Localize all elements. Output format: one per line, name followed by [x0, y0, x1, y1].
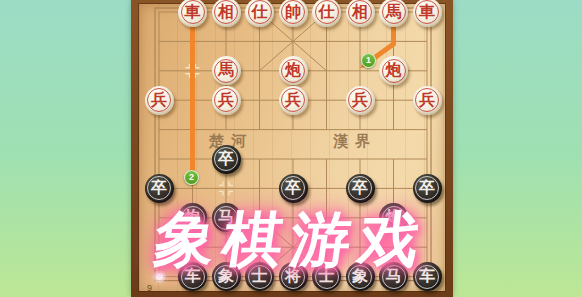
piece-red-pawn[interactable]: 兵 — [413, 86, 442, 115]
piece-glyph: 帥 — [285, 4, 301, 20]
piece-glyph: 象 — [352, 268, 368, 284]
piece-red-general[interactable]: 帥 — [279, 0, 308, 27]
piece-black-chariot[interactable]: 车 — [413, 262, 442, 291]
piece-glyph: 兵 — [352, 92, 368, 108]
piece-black-horse[interactable]: 马 — [379, 262, 408, 291]
piece-glyph: 将 — [285, 268, 301, 284]
piece-glyph: 车 — [419, 268, 435, 284]
piece-glyph: 炮 — [285, 62, 301, 78]
piece-glyph: 炮 — [386, 209, 402, 225]
piece-black-pawn[interactable]: 卒 — [346, 174, 375, 203]
piece-black-general[interactable]: 将 — [279, 262, 308, 291]
piece-glyph: 兵 — [419, 92, 435, 108]
piece-glyph: 卒 — [218, 151, 234, 167]
piece-glyph: 卒 — [151, 180, 167, 196]
hint-badge-2: 2 — [184, 170, 199, 185]
piece-red-advisor[interactable]: 仕 — [245, 0, 274, 27]
piece-glyph: 兵 — [151, 92, 167, 108]
piece-black-pawn[interactable]: 卒 — [279, 174, 308, 203]
piece-red-pawn[interactable]: 兵 — [212, 86, 241, 115]
piece-black-pawn[interactable]: 卒 — [212, 145, 241, 174]
piece-red-chariot[interactable]: 車 — [178, 0, 207, 27]
piece-glyph: 仕 — [319, 4, 335, 20]
piece-glyph: 相 — [218, 4, 234, 20]
piece-glyph: 炮 — [185, 209, 201, 225]
piece-glyph: 馬 — [218, 62, 234, 78]
hint-badge-1: 1 — [361, 53, 376, 68]
piece-black-elephant[interactable]: 象 — [212, 262, 241, 291]
piece-glyph: 马 — [218, 209, 234, 225]
piece-black-chariot[interactable]: 车 — [178, 262, 207, 291]
piece-glyph: 卒 — [419, 180, 435, 196]
piece-black-horse[interactable]: 马 — [212, 203, 241, 232]
piece-glyph: 象 — [218, 268, 234, 284]
piece-glyph: 車 — [185, 4, 201, 20]
piece-glyph: 炮 — [386, 62, 402, 78]
piece-red-cannon[interactable]: 炮 — [379, 56, 408, 85]
piece-black-advisor[interactable]: 士 — [245, 262, 274, 291]
piece-red-chariot[interactable]: 車 — [413, 0, 442, 27]
piece-glyph: 相 — [352, 4, 368, 20]
piece-red-horse[interactable]: 馬 — [379, 0, 408, 27]
piece-glyph: 仕 — [252, 4, 268, 20]
piece-black-pawn[interactable]: 卒 — [145, 174, 174, 203]
piece-glyph: 马 — [386, 268, 402, 284]
piece-glyph: 卒 — [285, 180, 301, 196]
piece-glyph: 车 — [185, 268, 201, 284]
piece-glyph: 兵 — [285, 92, 301, 108]
piece-red-elephant[interactable]: 相 — [346, 0, 375, 27]
piece-glyph: 卒 — [352, 180, 368, 196]
piece-black-cannon[interactable]: 炮 — [178, 203, 207, 232]
piece-black-cannon[interactable]: 炮 — [379, 203, 408, 232]
piece-black-advisor[interactable]: 士 — [312, 262, 341, 291]
piece-glyph: 士 — [252, 268, 268, 284]
piece-red-elephant[interactable]: 相 — [212, 0, 241, 27]
piece-red-pawn[interactable]: 兵 — [346, 86, 375, 115]
piece-glyph: 車 — [419, 4, 435, 20]
piece-glyph: 馬 — [386, 4, 402, 20]
app-background: 楚河 漢界 9 車相仕帥仕相馬車馬炮炮兵兵兵兵兵卒卒卒卒卒炮马炮车象士将士象马车… — [0, 0, 582, 297]
piece-glyph: 兵 — [218, 92, 234, 108]
piece-red-pawn[interactable]: 兵 — [145, 86, 174, 115]
piece-red-pawn[interactable]: 兵 — [279, 86, 308, 115]
piece-black-pawn[interactable]: 卒 — [413, 174, 442, 203]
piece-red-advisor[interactable]: 仕 — [312, 0, 341, 27]
piece-red-horse[interactable]: 馬 — [212, 56, 241, 85]
piece-black-elephant[interactable]: 象 — [346, 262, 375, 291]
pieces-layer: 車相仕帥仕相馬車馬炮炮兵兵兵兵兵卒卒卒卒卒炮马炮车象士将士象马车 — [0, 0, 582, 297]
piece-glyph: 士 — [319, 268, 335, 284]
piece-red-cannon[interactable]: 炮 — [279, 56, 308, 85]
